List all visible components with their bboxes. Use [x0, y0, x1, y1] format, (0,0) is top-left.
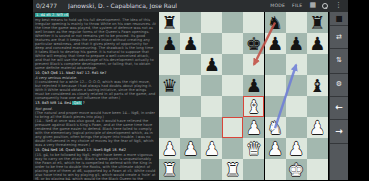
square-c1[interactable]: [201, 159, 222, 180]
square-d4[interactable]: [222, 96, 243, 117]
square-b6[interactable]: [180, 54, 201, 75]
board-icon: ■: [335, 15, 343, 22]
current-move-highlight[interactable]: 1. d4 d5 2. Nf3 c6: [35, 13, 69, 17]
square-f7[interactable]: [265, 33, 286, 54]
annotation-text: (The natural and proper move would have …: [35, 111, 156, 119]
annotation-text: (I considered for a while 12... O-O-O, w…: [35, 80, 156, 100]
toolbar-sidebar: ■⇄⇅⚙←→: [329, 12, 348, 181]
square-e8[interactable]: [243, 12, 264, 33]
square-a4[interactable]: [159, 96, 180, 117]
current-move-highlight[interactable]: Qa5: [72, 101, 81, 105]
next-move-icon: →: [335, 128, 343, 135]
square-f2[interactable]: [265, 138, 286, 159]
square-a5[interactable]: [159, 75, 180, 96]
top-app-bar: 0/2477 Janowski, D. - Capablanca, Jose R…: [33, 0, 348, 12]
square-e2[interactable]: [243, 138, 264, 159]
square-b5[interactable]: [180, 75, 201, 96]
square-h5[interactable]: [307, 75, 328, 96]
annotation-text: my best means to hold up his full develo…: [35, 18, 156, 71]
square-g1[interactable]: [286, 159, 307, 180]
jump-back-icon: ⇄: [336, 34, 342, 41]
square-c4[interactable]: [201, 96, 222, 117]
square-e3[interactable]: [243, 117, 264, 138]
square-f3[interactable]: [265, 117, 286, 138]
previous-move-icon: ←: [335, 104, 343, 111]
square-e1[interactable]: [243, 159, 264, 180]
square-c5[interactable]: [201, 75, 222, 96]
square-f5[interactable]: [265, 75, 286, 96]
square-b2[interactable]: [180, 138, 201, 159]
square-g8[interactable]: [286, 12, 307, 33]
square-h2[interactable]: [307, 138, 328, 159]
previous-move-icon-button[interactable]: ←: [330, 97, 348, 120]
square-c2[interactable]: [201, 138, 222, 159]
square-h4[interactable]: [307, 96, 328, 117]
square-b7[interactable]: [180, 33, 201, 54]
search-handle: [326, 7, 328, 9]
settings-gear-icon-button[interactable]: ⚙: [330, 74, 348, 97]
square-h7[interactable]: [307, 33, 328, 54]
move-counter: 0/2477: [36, 2, 57, 9]
annotation-panel[interactable]: 1. d4 d5 2. Nf3 c6my best means to hold …: [33, 12, 159, 181]
square-a2[interactable]: [159, 138, 180, 159]
move-line[interactable]: 15. Qb4 Ne6 16. Qxa5 Nxa5 17. Nxe5 Bg6 1…: [35, 148, 156, 152]
annotation-text: (14... Ne6 at once was also good, as it …: [35, 119, 156, 147]
square-d1[interactable]: [222, 159, 243, 180]
search-icon[interactable]: [322, 3, 328, 9]
square-f8[interactable]: [265, 12, 286, 33]
square-a6[interactable]: [159, 54, 180, 75]
highlight-square-e4: [243, 96, 264, 117]
board-grid-icon[interactable]: ▦: [309, 0, 316, 11]
square-a8[interactable]: [159, 12, 180, 33]
square-f4[interactable]: [265, 96, 286, 117]
square-b3[interactable]: [180, 117, 201, 138]
chess-board[interactable]: ♜♞♜♟♟♚♟♟♟♟♛♟♝♝♟♞♟♟♟♟♛♟♟♜♜♚: [159, 12, 328, 181]
square-g6[interactable]: [286, 54, 307, 75]
square-g2[interactable]: [286, 138, 307, 159]
game-title: Janowski, D. - Capablanca, Jose Raul: [68, 2, 270, 9]
move-line[interactable]: 10. Qb3 Qb6 11. Nbd2 Nd7 12. Rd1 Ke7: [35, 71, 156, 75]
square-d8[interactable]: [222, 12, 243, 33]
square-a1[interactable]: [159, 159, 180, 180]
square-e5[interactable]: [243, 75, 264, 96]
square-b8[interactable]: [180, 12, 201, 33]
square-a3[interactable]: [159, 117, 180, 138]
square-f1[interactable]: [265, 159, 286, 180]
move-line[interactable]: 1. d4 d5 2. Nf3 c6: [35, 13, 156, 17]
square-a7[interactable]: [159, 33, 180, 54]
square-d7[interactable]: [222, 33, 243, 54]
move-line[interactable]: 13. Bd3 Nf8 14. Be4 Qa5 ?: [35, 101, 156, 105]
square-b4[interactable]: [180, 96, 201, 117]
square-g3[interactable]: [286, 117, 307, 138]
next-move-icon-button[interactable]: →: [330, 120, 348, 144]
sidebar-empty-button: [330, 144, 348, 180]
settings-gear-icon: ⚙: [336, 81, 342, 88]
square-c8[interactable]: [201, 12, 222, 33]
highlight-square-d3: [222, 117, 243, 138]
square-b1[interactable]: [180, 159, 201, 180]
jump-back-icon-button[interactable]: ⇄: [330, 26, 348, 49]
square-h6[interactable]: [307, 54, 328, 75]
square-d6[interactable]: [222, 54, 243, 75]
mode-menu-button[interactable]: MODE: [270, 3, 285, 8]
overflow-menu-icon[interactable]: ⋮: [335, 0, 342, 11]
square-d5[interactable]: [222, 75, 243, 96]
square-f6[interactable]: [265, 54, 286, 75]
square-e7[interactable]: [243, 33, 264, 54]
square-c6[interactable]: [201, 54, 222, 75]
square-c3[interactable]: [201, 117, 222, 138]
file-menu-button[interactable]: FILE: [292, 3, 302, 8]
board-icon-button[interactable]: ■: [330, 12, 348, 27]
square-g7[interactable]: [286, 33, 307, 54]
square-e6[interactable]: [243, 54, 264, 75]
square-g5[interactable]: [286, 75, 307, 96]
square-d2[interactable]: [222, 138, 243, 159]
square-h1[interactable]: [307, 159, 328, 180]
jump-forward-icon: ⇅: [336, 57, 342, 64]
square-c7[interactable]: [201, 33, 222, 54]
square-h3[interactable]: [307, 117, 328, 138]
annotation-text: (15. g4, to be followed by Ng5, might ha…: [35, 153, 156, 180]
jump-forward-icon-button[interactable]: ⇅: [330, 49, 348, 73]
square-h8[interactable]: [307, 12, 328, 33]
app-window: 0/2477 Janowski, D. - Capablanca, Jose R…: [0, 0, 369, 180]
square-g4[interactable]: [286, 96, 307, 117]
